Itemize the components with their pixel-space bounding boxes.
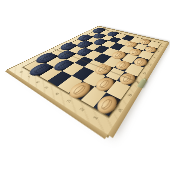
checkers-board: ⛂⛂⛂⛂⛂⛂⛂⛂⛂⛂⛂⛂⛀⛀⛀⛀⛀⛀⛀⛀⛀⛀⛀⛀ ABCDEFGH 876543…: [6, 26, 168, 138]
rank-label-2: 2: [75, 104, 88, 114]
squares-grid: ⛂⛂⛂⛂⛂⛂⛂⛂⛂⛂⛂⛂⛀⛀⛀⛀⛀⛀⛀⛀⛀⛀⛀⛀: [24, 29, 161, 117]
product-photo: ⛂⛂⛂⛂⛂⛂⛂⛂⛂⛂⛂⛂⛀⛀⛀⛀⛀⛀⛀⛀⛀⛀⛀⛀ ABCDEFGH 876543…: [0, 0, 170, 170]
rank-label-5: 5: [42, 84, 53, 91]
rank-label-8: 8: [17, 69, 27, 74]
board-frame: ⛂⛂⛂⛂⛂⛂⛂⛂⛂⛂⛂⛂⛀⛀⛀⛀⛀⛀⛀⛀⛀⛀⛀⛀ ABCDEFGH 876543…: [6, 26, 168, 138]
rank-label-4: 4: [52, 90, 64, 98]
rank-label-1: 1: [90, 112, 103, 123]
rank-label-6: 6: [33, 79, 43, 86]
